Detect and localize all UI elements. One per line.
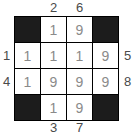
- puzzle-diagram: 26 14 191119199919 58 37: [0, 0, 136, 135]
- bottom-clues: 37: [15, 120, 118, 135]
- cell-r4c3[interactable]: 9: [67, 95, 92, 120]
- clue-right-2: 5: [120, 43, 135, 68]
- clue-left-3: 4: [0, 69, 13, 94]
- cell-r2c2[interactable]: 1: [41, 43, 66, 68]
- clue-left-1-empty: [0, 17, 13, 42]
- cell-r3c2[interactable]: 9: [41, 69, 66, 94]
- clue-left-2: 1: [0, 43, 13, 68]
- cell-r1c2[interactable]: 1: [41, 17, 66, 42]
- clue-top-1-empty: [15, 0, 40, 15]
- block-cell-r1c1: [15, 17, 40, 42]
- clue-right-1-empty: [120, 17, 135, 42]
- cell-r3c1[interactable]: 1: [15, 69, 40, 94]
- clue-top-4-empty: [93, 0, 118, 15]
- cell-r1c3[interactable]: 9: [67, 17, 92, 42]
- clue-top-3: 6: [67, 0, 92, 15]
- left-clues: 14: [0, 17, 13, 120]
- block-cell-r4c1: [15, 95, 40, 120]
- cell-r2c4[interactable]: 9: [93, 43, 118, 68]
- clue-right-4-empty: [120, 95, 135, 120]
- cell-r3c4[interactable]: 9: [93, 69, 118, 94]
- clue-bottom-3: 7: [67, 120, 92, 135]
- top-clues: 26: [15, 0, 118, 15]
- clue-right-3: 8: [120, 69, 135, 94]
- block-cell-r1c4: [93, 17, 118, 42]
- clue-bottom-1-empty: [15, 120, 40, 135]
- clue-top-2: 2: [41, 0, 66, 15]
- clue-bottom-4-empty: [93, 120, 118, 135]
- right-clues: 58: [120, 17, 135, 120]
- cell-r2c1[interactable]: 1: [15, 43, 40, 68]
- cell-r3c3[interactable]: 9: [67, 69, 92, 94]
- cell-r2c3[interactable]: 1: [67, 43, 92, 68]
- cell-r4c2[interactable]: 1: [41, 95, 66, 120]
- clue-bottom-2: 3: [41, 120, 66, 135]
- clue-left-4-empty: [0, 95, 13, 120]
- block-cell-r4c4: [93, 95, 118, 120]
- puzzle-board: 191119199919: [14, 16, 119, 121]
